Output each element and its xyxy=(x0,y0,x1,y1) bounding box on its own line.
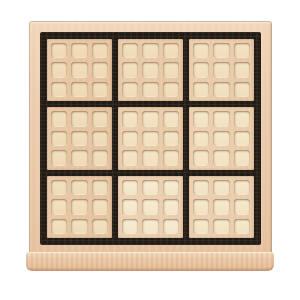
cell-r9c7[interactable] xyxy=(193,219,209,234)
cell-r2c9[interactable] xyxy=(234,62,250,77)
cell-r9c1[interactable] xyxy=(51,219,67,234)
cell-r7c7[interactable] xyxy=(193,180,209,195)
box-r2c2 xyxy=(189,176,254,238)
cell-r5c7[interactable] xyxy=(193,131,209,146)
box-r1c1 xyxy=(118,107,183,169)
cell-r2c2[interactable] xyxy=(71,62,87,77)
cell-r8c2[interactable] xyxy=(71,199,87,214)
cell-r1c2[interactable] xyxy=(71,43,87,58)
cell-r9c2[interactable] xyxy=(71,219,87,234)
box-r0c0 xyxy=(47,39,112,101)
cell-r2c4[interactable] xyxy=(122,62,138,77)
cell-r6c6[interactable] xyxy=(163,150,179,165)
cell-r7c9[interactable] xyxy=(234,180,250,195)
cell-r3c2[interactable] xyxy=(71,82,87,97)
cell-r5c8[interactable] xyxy=(213,131,229,146)
cell-r6c8[interactable] xyxy=(213,150,229,165)
cell-r9c8[interactable] xyxy=(213,219,229,234)
cell-r1c5[interactable] xyxy=(142,43,158,58)
cell-r5c2[interactable] xyxy=(71,131,87,146)
cell-r7c5[interactable] xyxy=(142,180,158,195)
cell-r5c3[interactable] xyxy=(92,131,108,146)
cell-r1c1[interactable] xyxy=(51,43,67,58)
cell-r1c7[interactable] xyxy=(193,43,209,58)
cell-r7c2[interactable] xyxy=(71,180,87,195)
cell-r8c6[interactable] xyxy=(163,199,179,214)
cell-r8c4[interactable] xyxy=(122,199,138,214)
cell-r9c6[interactable] xyxy=(163,219,179,234)
cell-r8c5[interactable] xyxy=(142,199,158,214)
box-r2c1 xyxy=(118,176,183,238)
cell-r4c2[interactable] xyxy=(71,111,87,126)
cell-r5c4[interactable] xyxy=(122,131,138,146)
cell-r8c7[interactable] xyxy=(193,199,209,214)
cell-r3c3[interactable] xyxy=(92,82,108,97)
cell-r1c8[interactable] xyxy=(213,43,229,58)
cell-r2c8[interactable] xyxy=(213,62,229,77)
sudoku-board-photo xyxy=(0,0,300,300)
box-r2c0 xyxy=(47,176,112,238)
cell-r6c5[interactable] xyxy=(142,150,158,165)
cell-r7c4[interactable] xyxy=(122,180,138,195)
cell-r3c7[interactable] xyxy=(193,82,209,97)
cell-r2c3[interactable] xyxy=(92,62,108,77)
sudoku-grid xyxy=(40,32,261,245)
cell-r6c9[interactable] xyxy=(234,150,250,165)
cell-r6c4[interactable] xyxy=(122,150,138,165)
box-r1c2 xyxy=(189,107,254,169)
cell-r3c1[interactable] xyxy=(51,82,67,97)
cell-r9c5[interactable] xyxy=(142,219,158,234)
cell-r1c3[interactable] xyxy=(92,43,108,58)
cell-r4c3[interactable] xyxy=(92,111,108,126)
cell-r7c8[interactable] xyxy=(213,180,229,195)
cell-r4c8[interactable] xyxy=(213,111,229,126)
cell-r2c5[interactable] xyxy=(142,62,158,77)
cell-r1c9[interactable] xyxy=(234,43,250,58)
cell-r3c6[interactable] xyxy=(163,82,179,97)
cell-r7c1[interactable] xyxy=(51,180,67,195)
cell-r9c4[interactable] xyxy=(122,219,138,234)
cell-r9c9[interactable] xyxy=(234,219,250,234)
cell-r6c1[interactable] xyxy=(51,150,67,165)
cell-r7c6[interactable] xyxy=(163,180,179,195)
cell-r1c6[interactable] xyxy=(163,43,179,58)
cell-r5c9[interactable] xyxy=(234,131,250,146)
board-frame xyxy=(29,21,272,256)
cell-r6c7[interactable] xyxy=(193,150,209,165)
cell-r5c6[interactable] xyxy=(163,131,179,146)
cell-r4c7[interactable] xyxy=(193,111,209,126)
cell-r2c1[interactable] xyxy=(51,62,67,77)
cell-r4c1[interactable] xyxy=(51,111,67,126)
cell-r2c6[interactable] xyxy=(163,62,179,77)
cell-r1c4[interactable] xyxy=(122,43,138,58)
cell-r6c2[interactable] xyxy=(71,150,87,165)
cell-r3c9[interactable] xyxy=(234,82,250,97)
cell-r8c1[interactable] xyxy=(51,199,67,214)
cell-r8c9[interactable] xyxy=(234,199,250,214)
cell-r8c3[interactable] xyxy=(92,199,108,214)
box-r0c1 xyxy=(118,39,183,101)
cell-r3c8[interactable] xyxy=(213,82,229,97)
cell-r9c3[interactable] xyxy=(92,219,108,234)
cell-r7c3[interactable] xyxy=(92,180,108,195)
cell-r4c6[interactable] xyxy=(163,111,179,126)
cell-r5c1[interactable] xyxy=(51,131,67,146)
box-r0c2 xyxy=(189,39,254,101)
cell-r3c5[interactable] xyxy=(142,82,158,97)
base-tray xyxy=(26,252,274,271)
cell-r3c4[interactable] xyxy=(122,82,138,97)
cell-r2c7[interactable] xyxy=(193,62,209,77)
cell-r8c8[interactable] xyxy=(213,199,229,214)
cell-r4c9[interactable] xyxy=(234,111,250,126)
cell-r5c5[interactable] xyxy=(142,131,158,146)
box-r1c0 xyxy=(47,107,112,169)
cell-r6c3[interactable] xyxy=(92,150,108,165)
cell-r4c4[interactable] xyxy=(122,111,138,126)
cell-r4c5[interactable] xyxy=(142,111,158,126)
